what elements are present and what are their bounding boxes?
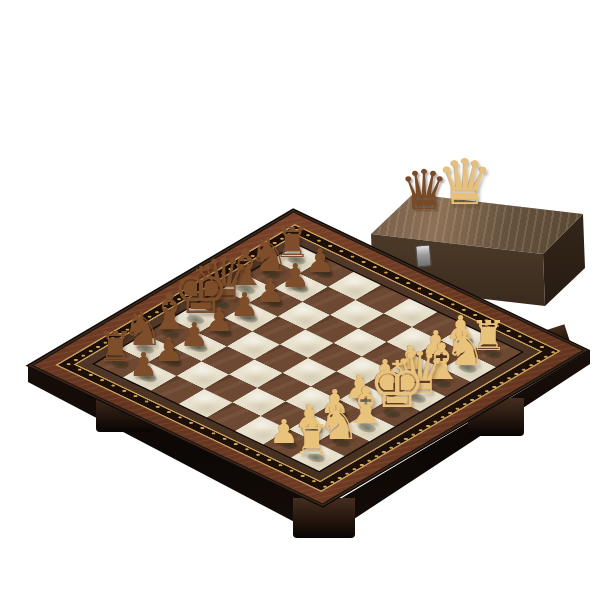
product-photo-stage: ♛ ♛ ♜♟♟♜♞♟♟♞♝♟♟♝♛♟♟♛♚♟♟♚♝♟♟♝♞♟♟♞♜♟♟♜ (0, 0, 600, 600)
white-rook[interactable]: ♜ (293, 422, 331, 461)
extra-queen-light[interactable]: ♛ (434, 151, 496, 214)
box-latch-icon (415, 244, 432, 267)
black-pawn[interactable]: ♟ (125, 349, 163, 380)
